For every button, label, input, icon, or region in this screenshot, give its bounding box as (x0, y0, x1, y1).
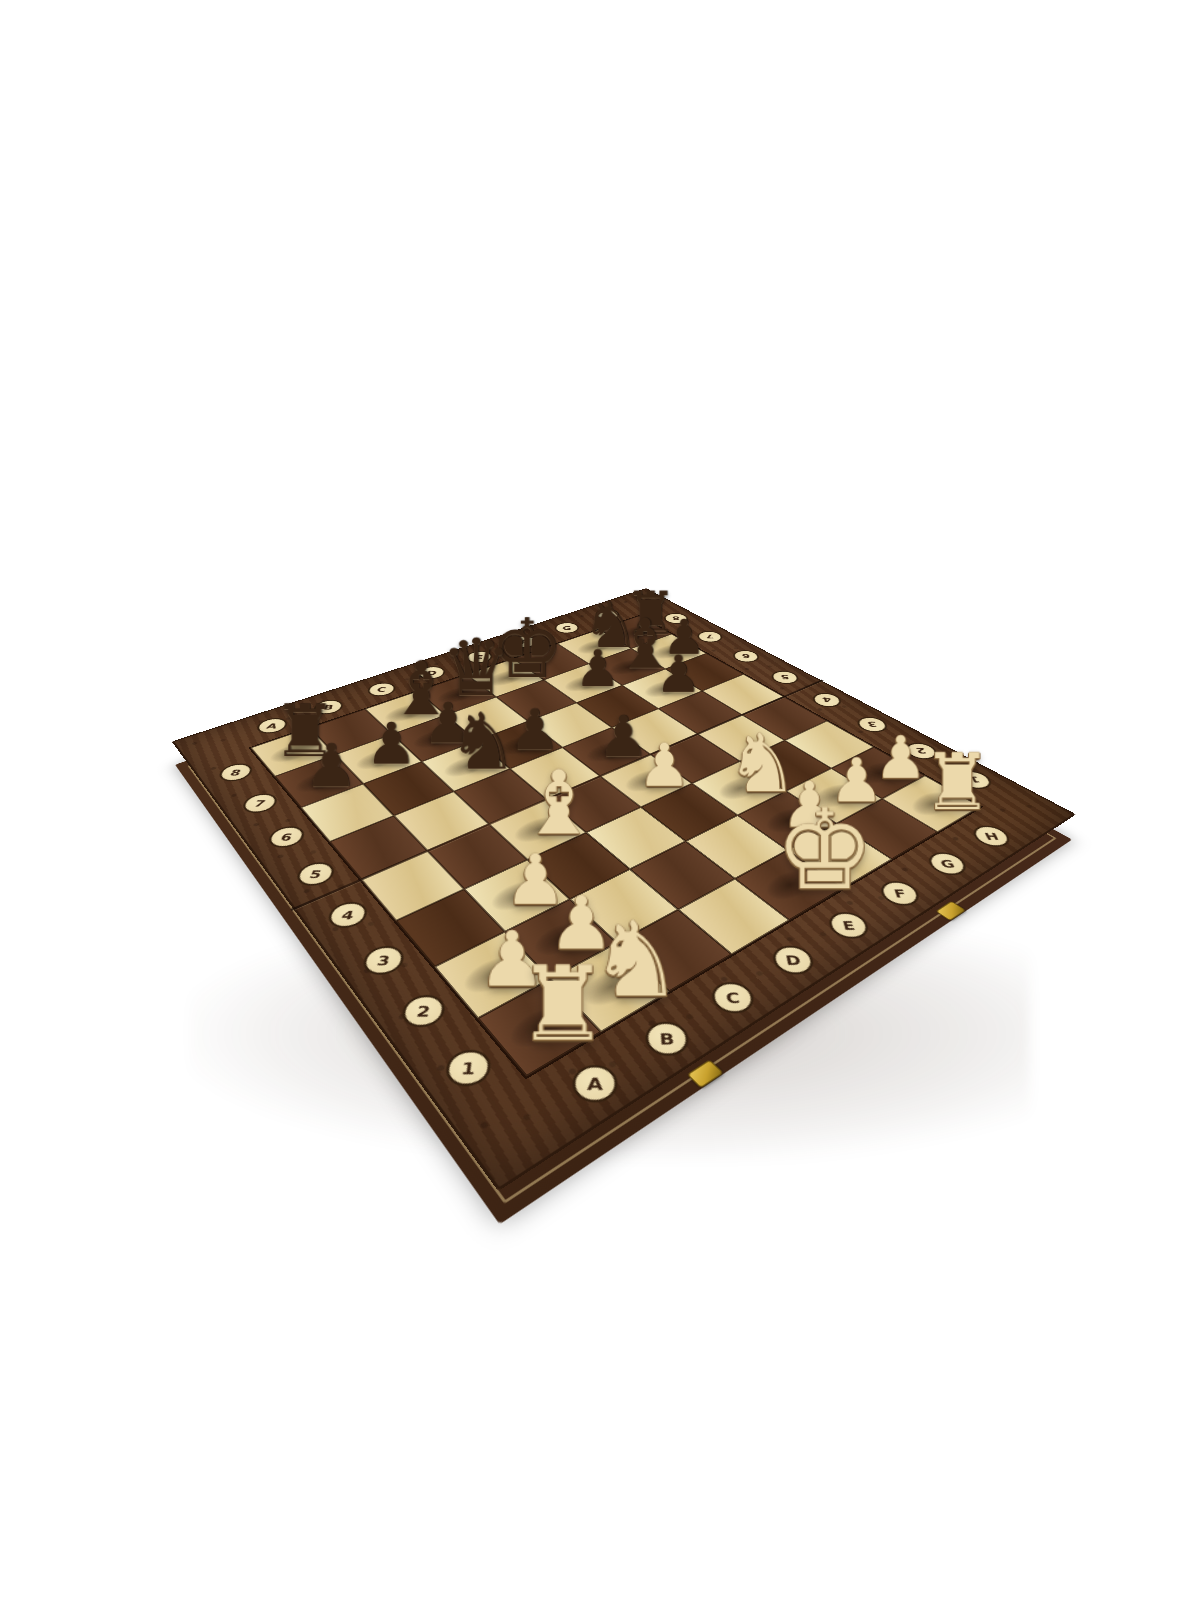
black-pawn[interactable]: ♟ (650, 651, 708, 698)
rank-label-6-left: 6 (264, 827, 307, 848)
white-bishop[interactable]: ♝ (520, 763, 591, 844)
file-label-f-near: F (877, 881, 922, 905)
file-label-a-near: A (572, 1065, 618, 1102)
file-label-e-near: E (826, 912, 872, 938)
rank-label-5-right: 5 (770, 671, 801, 684)
white-rook[interactable]: ♜ (516, 955, 607, 1050)
file-label-h-near: H (969, 825, 1014, 846)
rank-label-3-left: 3 (360, 946, 406, 975)
file-label-d-near: D (770, 945, 816, 974)
file-label-g-near: G (925, 852, 970, 875)
file-label-g-far: G (554, 622, 579, 633)
file-label-b-near: B (644, 1021, 689, 1055)
white-pawn[interactable]: ♟ (631, 739, 698, 794)
rank-label-4-left: 4 (324, 902, 369, 928)
file-label-c-near: C (710, 982, 756, 1013)
white-king[interactable]: ♚ (775, 800, 852, 902)
rank-label-4-right: 4 (810, 693, 843, 707)
rank-label-6-right: 6 (732, 650, 761, 662)
rank-label-5-left: 5 (293, 863, 337, 886)
black-pawn[interactable]: ♟ (359, 718, 424, 771)
rank-label-1-left: 1 (443, 1050, 492, 1086)
black-knight[interactable]: ♞ (448, 706, 513, 778)
rank-label-8-left: 8 (215, 764, 255, 782)
rank-label-2-left: 2 (399, 995, 447, 1027)
white-rook[interactable]: ♜ (922, 745, 991, 817)
black-pawn[interactable]: ♟ (298, 739, 365, 794)
square-b5[interactable] (394, 791, 489, 850)
file-label-h-far: H (595, 609, 619, 619)
black-pawn[interactable]: ♟ (569, 646, 626, 693)
rank-label-7-left: 7 (239, 794, 280, 813)
